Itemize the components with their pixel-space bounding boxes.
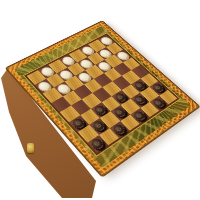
product-photo-stage bbox=[0, 0, 200, 200]
camera-tilt-wrapper bbox=[0, 0, 200, 200]
perspective-scene bbox=[0, 0, 200, 200]
box-lid bbox=[6, 21, 200, 177]
